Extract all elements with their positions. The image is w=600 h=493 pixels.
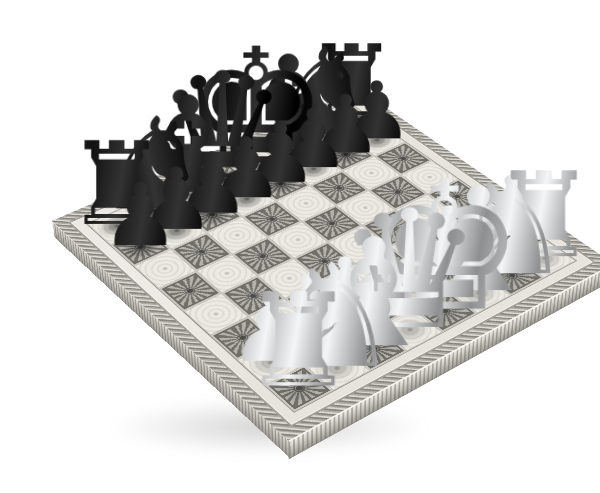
chess-set: ♜♞♝♛♚♝♞♜♟♟♟♟♟♟♟♟♟♟♟♟♟♟♟♟♜♞♝♛♚♝♞♜ [128, 42, 528, 442]
piece-black-pawn-a7[interactable]: ♟ [60, 172, 221, 258]
square-a1[interactable]: ♜ [265, 365, 333, 411]
photo-background: ♜♞♝♛♚♝♞♜♟♟♟♟♟♟♟♟♟♟♟♟♟♟♟♟♜♞♝♛♚♝♞♜ [0, 0, 600, 493]
piece-white-rook-a1[interactable]: ♜ [210, 277, 388, 406]
chess-board: ♜♞♝♛♚♝♞♜♟♟♟♟♟♟♟♟♟♟♟♟♟♟♟♟♜♞♝♛♚♝♞♜ [52, 89, 600, 441]
board-frame: ♜♞♝♛♚♝♞♜♟♟♟♟♟♟♟♟♟♟♟♟♟♟♟♟♜♞♝♛♚♝♞♜ [52, 89, 600, 441]
board-squares: ♜♞♝♛♚♝♞♜♟♟♟♟♟♟♟♟♟♟♟♟♟♟♟♟♜♞♝♛♚♝♞♜ [87, 107, 576, 412]
